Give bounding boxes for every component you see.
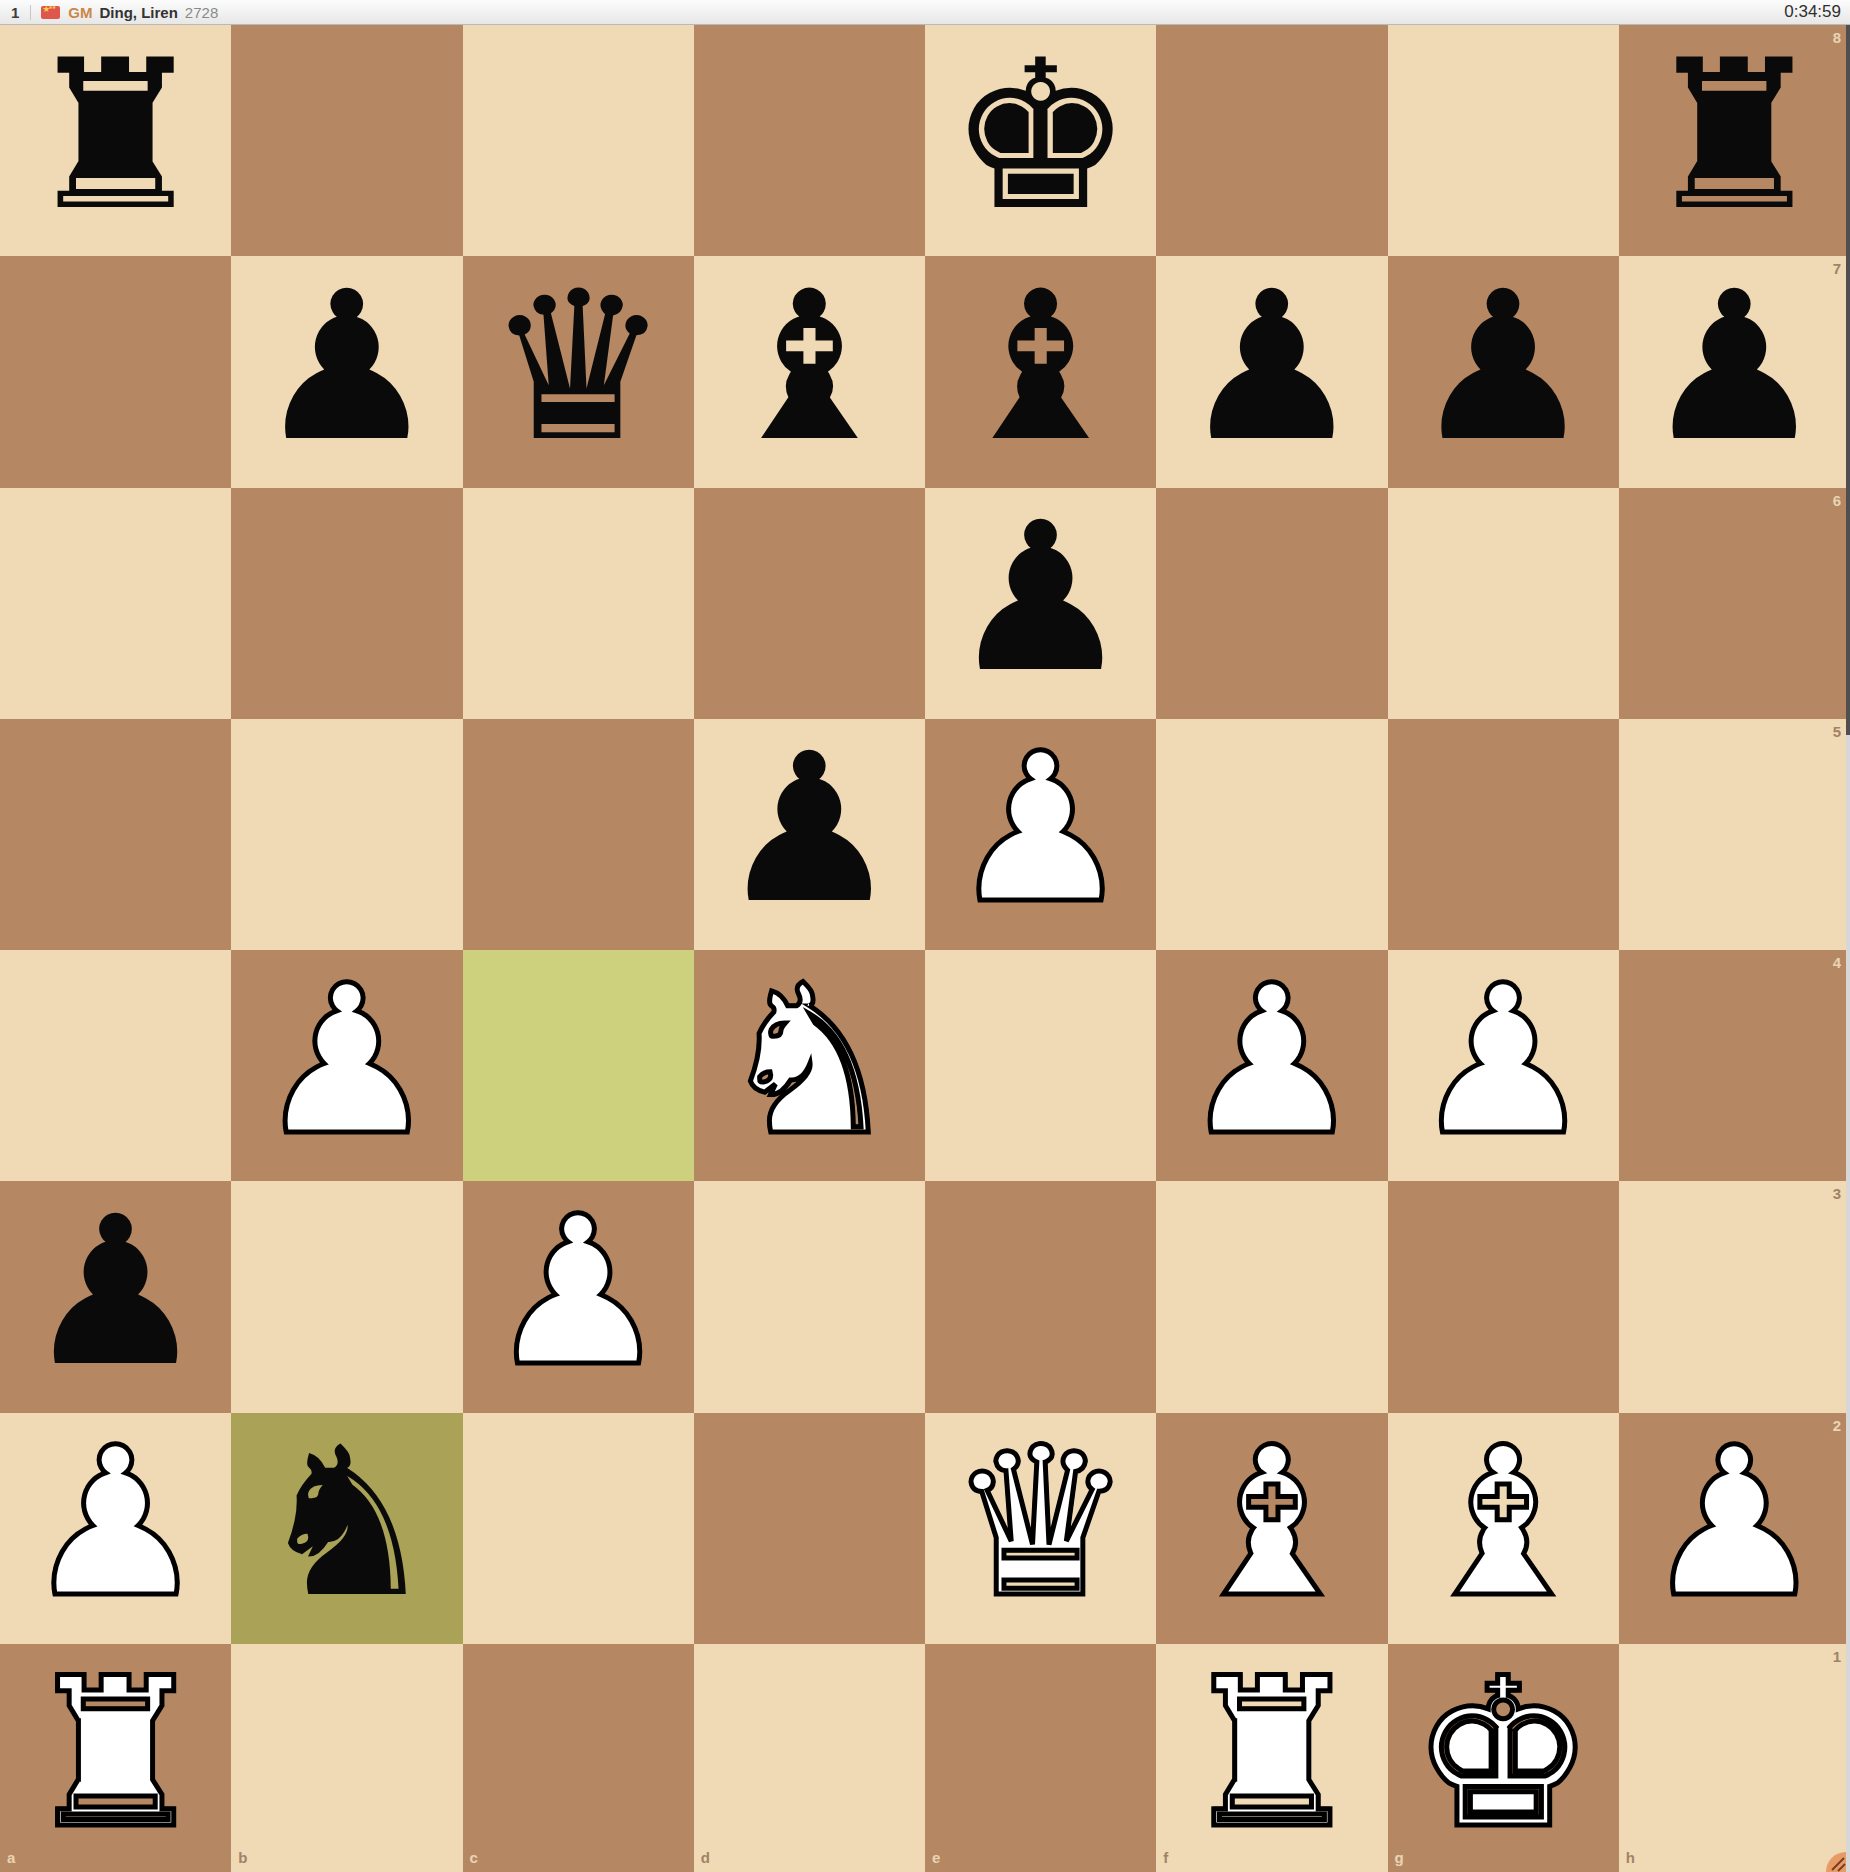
white-queen[interactable]: ♛	[925, 1408, 1156, 1639]
square-e8[interactable]: ♚	[925, 25, 1156, 256]
black-rook[interactable]: ♜	[0, 25, 231, 252]
black-pawn[interactable]: ♟	[1156, 252, 1387, 483]
black-pawn[interactable]: ♟	[925, 483, 1156, 714]
file-label-a: a	[7, 1850, 15, 1865]
square-c7[interactable]: ♛	[463, 256, 694, 487]
square-g3[interactable]	[1388, 1181, 1619, 1412]
rank-label-8: 8	[1833, 30, 1841, 45]
square-d5[interactable]: ♟	[694, 719, 925, 950]
white-knight[interactable]: ♞	[694, 945, 925, 1176]
square-c5[interactable]	[463, 719, 694, 950]
square-e7[interactable]: ♝	[925, 256, 1156, 487]
rank-label-4: 4	[1833, 955, 1841, 970]
square-d1[interactable]: d	[694, 1644, 925, 1872]
square-b2[interactable]: ♞	[231, 1413, 462, 1644]
white-pawn[interactable]: ♟	[231, 945, 462, 1176]
black-bishop[interactable]: ♝	[694, 252, 925, 483]
square-g4[interactable]: ♟	[1388, 950, 1619, 1181]
rank-label-5: 5	[1833, 724, 1841, 739]
square-f3[interactable]	[1156, 1181, 1387, 1412]
white-pawn[interactable]: ♟	[0, 1408, 231, 1639]
square-f4[interactable]: ♟	[1156, 950, 1387, 1181]
square-d7[interactable]: ♝	[694, 256, 925, 487]
black-knight[interactable]: ♞	[231, 1408, 462, 1639]
square-d6[interactable]	[694, 488, 925, 719]
square-b5[interactable]	[231, 719, 462, 950]
rank-label-2: 2	[1833, 1418, 1841, 1433]
square-e3[interactable]	[925, 1181, 1156, 1412]
white-pawn[interactable]: ♟	[1156, 945, 1387, 1176]
square-f7[interactable]: ♟	[1156, 256, 1387, 487]
square-a6[interactable]	[0, 488, 231, 719]
square-g2[interactable]: ♝	[1388, 1413, 1619, 1644]
square-b3[interactable]	[231, 1181, 462, 1412]
square-b8[interactable]	[231, 25, 462, 256]
square-b1[interactable]: b	[231, 1644, 462, 1872]
file-label-h: h	[1626, 1850, 1635, 1865]
square-b7[interactable]: ♟	[231, 256, 462, 487]
square-h5[interactable]: 5	[1619, 719, 1850, 950]
white-king[interactable]: ♚	[1388, 1639, 1619, 1870]
black-bishop[interactable]: ♝	[925, 252, 1156, 483]
square-e6[interactable]: ♟	[925, 488, 1156, 719]
square-a3[interactable]: ♟	[0, 1181, 231, 1412]
square-c3[interactable]: ♟	[463, 1181, 694, 1412]
white-bishop[interactable]: ♝	[1156, 1408, 1387, 1639]
file-label-e: e	[932, 1850, 940, 1865]
square-a7[interactable]	[0, 256, 231, 487]
square-f5[interactable]	[1156, 719, 1387, 950]
square-g7[interactable]: ♟	[1388, 256, 1619, 487]
chess-board[interactable]: ♜♚♜8♟♛♝♝♟♟♟7♟6♟♟5♟♞♟♟4♟♟3♟♞♛♝♝♟2♜abcde♜f…	[0, 25, 1850, 1872]
scrollbar-thumb[interactable]	[1846, 25, 1850, 735]
square-b6[interactable]	[231, 488, 462, 719]
square-f1[interactable]: ♜f	[1156, 1644, 1387, 1872]
file-label-c: c	[470, 1850, 478, 1865]
white-rook[interactable]: ♜	[0, 1639, 231, 1870]
rank-label-7: 7	[1833, 261, 1841, 276]
white-pawn[interactable]: ♟	[1388, 945, 1619, 1176]
square-c1[interactable]: c	[463, 1644, 694, 1872]
scrollbar[interactable]	[1846, 25, 1850, 1872]
player-name: Ding, Liren	[100, 4, 178, 21]
black-pawn[interactable]: ♟	[694, 714, 925, 945]
player-clock: 0:34:59	[1784, 2, 1850, 22]
white-pawn[interactable]: ♟	[925, 714, 1156, 945]
white-pawn[interactable]: ♟	[1619, 1408, 1850, 1639]
square-e4[interactable]	[925, 950, 1156, 1181]
square-g5[interactable]	[1388, 719, 1619, 950]
square-g1[interactable]: ♚g	[1388, 1644, 1619, 1872]
player-title: GM	[68, 4, 92, 21]
white-rook[interactable]: ♜	[1156, 1639, 1387, 1870]
square-b4[interactable]: ♟	[231, 950, 462, 1181]
rank-label-1: 1	[1833, 1649, 1841, 1664]
square-f8[interactable]	[1156, 25, 1387, 256]
file-label-b: b	[238, 1850, 247, 1865]
square-h4[interactable]: 4	[1619, 950, 1850, 1181]
square-d8[interactable]	[694, 25, 925, 256]
square-g6[interactable]	[1388, 488, 1619, 719]
square-d4[interactable]: ♞	[694, 950, 925, 1181]
black-pawn[interactable]: ♟	[1388, 252, 1619, 483]
file-label-g: g	[1395, 1850, 1404, 1865]
black-rook[interactable]: ♜	[1619, 25, 1850, 252]
black-pawn[interactable]: ♟	[1619, 252, 1850, 483]
board-number: 1	[0, 4, 30, 21]
square-f2[interactable]: ♝	[1156, 1413, 1387, 1644]
black-queen[interactable]: ♛	[463, 252, 694, 483]
player-header-bar: 1 ★ ★★ GM Ding, Liren 2728 0:34:59	[0, 0, 1850, 25]
square-d2[interactable]	[694, 1413, 925, 1644]
square-a1[interactable]: ♜a	[0, 1644, 231, 1872]
file-label-f: f	[1163, 1850, 1168, 1865]
square-h2[interactable]: ♟2	[1619, 1413, 1850, 1644]
player-rating: 2728	[185, 4, 218, 21]
black-pawn[interactable]: ♟	[231, 252, 462, 483]
rank-label-3: 3	[1833, 1186, 1841, 1201]
square-e5[interactable]: ♟	[925, 719, 1156, 950]
rank-label-6: 6	[1833, 493, 1841, 508]
square-h8[interactable]: ♜8	[1619, 25, 1850, 256]
square-a2[interactable]: ♟	[0, 1413, 231, 1644]
square-c4[interactable]	[463, 950, 694, 1181]
square-f6[interactable]	[1156, 488, 1387, 719]
square-c6[interactable]	[463, 488, 694, 719]
square-h7[interactable]: ♟7	[1619, 256, 1850, 487]
square-g8[interactable]	[1388, 25, 1619, 256]
china-flag-icon: ★ ★★	[41, 6, 60, 19]
square-d3[interactable]	[694, 1181, 925, 1412]
board-resize-handle[interactable]	[1824, 1850, 1846, 1872]
header-separator	[30, 5, 31, 20]
square-a4[interactable]	[0, 950, 231, 1181]
square-c2[interactable]	[463, 1413, 694, 1644]
white-bishop[interactable]: ♝	[1388, 1408, 1619, 1639]
file-label-d: d	[701, 1850, 710, 1865]
white-pawn[interactable]: ♟	[463, 1177, 694, 1408]
square-c8[interactable]	[463, 25, 694, 256]
black-king[interactable]: ♚	[925, 25, 1156, 252]
square-h1[interactable]: 1h	[1619, 1644, 1850, 1872]
black-pawn[interactable]: ♟	[0, 1177, 231, 1408]
square-h6[interactable]: 6	[1619, 488, 1850, 719]
square-a8[interactable]: ♜	[0, 25, 231, 256]
square-e2[interactable]: ♛	[925, 1413, 1156, 1644]
square-a5[interactable]	[0, 719, 231, 950]
square-e1[interactable]: e	[925, 1644, 1156, 1872]
square-h3[interactable]: 3	[1619, 1181, 1850, 1412]
